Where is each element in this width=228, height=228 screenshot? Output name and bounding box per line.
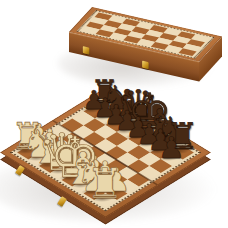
piece-white-pawn-b2: ♟ xyxy=(28,126,72,155)
product-photo-scene: ♜♞♝♛♚♝♞♜♟♟♟♟♟♟♟♟♟♟♟♟♟♟♟♟♜♞♝♛♚♝♞♜ xyxy=(0,0,228,228)
piece-shadow xyxy=(169,148,189,154)
piece-black-knight-g8: ♞ xyxy=(149,113,193,149)
piece-shadow xyxy=(136,128,156,134)
piece-shadow xyxy=(92,100,112,106)
piece-shadow xyxy=(26,141,46,147)
piece-shadow xyxy=(70,182,90,188)
pieces-layer: ♜♞♝♛♚♝♞♜♟♟♟♟♟♟♟♟♟♟♟♟♟♟♟♟♜♞♝♛♚♝♞♜ xyxy=(0,0,228,228)
piece-shadow xyxy=(48,155,68,161)
piece-black-pawn-g7: ♟ xyxy=(138,126,182,155)
piece-shadow xyxy=(15,148,35,154)
piece-shadow xyxy=(147,134,167,140)
piece-shadow xyxy=(37,148,57,154)
piece-white-pawn-c2: ♟ xyxy=(39,133,83,163)
piece-shadow xyxy=(70,168,90,174)
piece-white-knight-g1: ♞ xyxy=(72,157,116,198)
piece-shadow xyxy=(92,182,112,188)
piece-white-pawn-g2: ♟ xyxy=(83,158,127,190)
piece-shadow xyxy=(59,162,79,168)
piece-shadow xyxy=(114,128,134,134)
piece-shadow xyxy=(59,175,79,181)
piece-black-pawn-e7: ♟ xyxy=(116,114,160,142)
piece-black-pawn-b7: ♟ xyxy=(83,95,127,121)
piece-white-pawn-a2: ♟ xyxy=(17,120,61,149)
piece-shadow xyxy=(81,107,101,113)
piece-shadow xyxy=(147,148,167,154)
piece-shadow xyxy=(136,141,156,147)
piece-white-pawn-h2: ♟ xyxy=(94,164,138,196)
piece-shadow xyxy=(81,189,101,195)
piece-black-pawn-f7: ♟ xyxy=(127,120,171,149)
piece-black-queen-d8: ♛ xyxy=(116,85,160,130)
piece-shadow xyxy=(114,114,134,120)
piece-black-king-e8: ♚ xyxy=(127,88,171,138)
piece-white-pawn-f2: ♟ xyxy=(72,152,116,183)
piece-black-bishop-c8: ♝ xyxy=(105,85,149,122)
piece-white-pawn-d2: ♟ xyxy=(50,139,94,169)
piece-shadow xyxy=(37,162,57,168)
piece-shadow xyxy=(92,196,112,202)
piece-black-pawn-d7: ♟ xyxy=(105,107,149,135)
piece-shadow xyxy=(103,121,123,127)
piece-black-rook-a8: ♜ xyxy=(83,76,127,108)
piece-black-knight-b8: ♞ xyxy=(94,82,138,115)
piece-shadow xyxy=(26,155,46,161)
piece-white-queen-d1: ♛ xyxy=(39,127,83,178)
piece-black-pawn-c7: ♟ xyxy=(94,101,138,128)
piece-white-bishop-f1: ♝ xyxy=(61,147,105,192)
piece-shadow xyxy=(92,114,112,120)
piece-white-king-e1: ♚ xyxy=(50,130,94,186)
piece-black-rook-h8: ♜ xyxy=(160,119,204,156)
open-chess-board: ♜♞♝♛♚♝♞♜♟♟♟♟♟♟♟♟♟♟♟♟♟♟♟♟♜♞♝♛♚♝♞♜ xyxy=(0,0,228,228)
piece-shadow xyxy=(125,121,145,127)
piece-shadow xyxy=(81,175,101,181)
piece-shadow xyxy=(158,141,178,147)
piece-shadow xyxy=(48,168,68,174)
piece-shadow xyxy=(125,134,145,140)
piece-white-bishop-c1: ♝ xyxy=(28,128,72,170)
piece-white-knight-b1: ♞ xyxy=(17,126,61,164)
piece-shadow xyxy=(103,107,123,113)
piece-shadow xyxy=(158,155,178,161)
piece-white-pawn-e2: ♟ xyxy=(61,145,105,176)
piece-black-pawn-h7: ♟ xyxy=(149,133,193,163)
piece-white-rook-a1: ♜ xyxy=(6,119,50,156)
piece-black-bishop-f8: ♝ xyxy=(138,104,182,143)
piece-shadow xyxy=(103,189,123,195)
piece-black-pawn-a7: ♟ xyxy=(72,88,116,114)
piece-white-rook-h1: ♜ xyxy=(83,163,127,205)
